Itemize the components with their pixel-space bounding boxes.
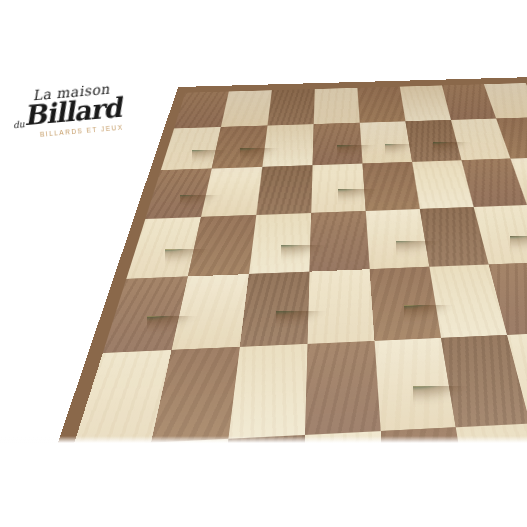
square-c8 xyxy=(268,89,315,125)
square-d5 xyxy=(310,211,370,271)
product-photo-canvas: La maison duBillard BILLARDS ET JEUX xyxy=(0,0,527,527)
square-d4 xyxy=(308,269,375,343)
checker-piece-dark xyxy=(405,97,460,141)
checker-piece-dark xyxy=(308,141,368,190)
square-a3 xyxy=(73,350,171,446)
checker-piece-dark xyxy=(240,251,313,310)
square-d6 xyxy=(311,163,366,213)
checker-piece-light xyxy=(149,146,209,195)
checker-piece-dark xyxy=(310,100,365,145)
checker-piece-dark xyxy=(213,103,268,148)
checker-piece-light xyxy=(164,104,219,149)
brand-logo: La maison duBillard BILLARDS ET JEUX xyxy=(10,79,134,140)
square-f7 xyxy=(405,120,461,162)
photo-bottom-white-crop xyxy=(0,443,527,527)
square-c4 xyxy=(240,272,310,347)
square-c3 xyxy=(229,343,308,437)
checker-piece-light xyxy=(110,256,184,316)
checker-piece-light xyxy=(132,196,198,250)
checker-piece-dark xyxy=(248,191,314,245)
logo-du: du xyxy=(13,119,25,130)
square-g5 xyxy=(474,205,527,264)
checker-piece-dark xyxy=(477,183,527,236)
checker-piece-light xyxy=(364,187,429,240)
square-c7 xyxy=(262,124,313,166)
checker-king-dark-stacked xyxy=(358,68,413,143)
checker-piece-light xyxy=(373,319,454,385)
checker-piece-light xyxy=(368,246,441,305)
square-b7 xyxy=(212,125,268,168)
